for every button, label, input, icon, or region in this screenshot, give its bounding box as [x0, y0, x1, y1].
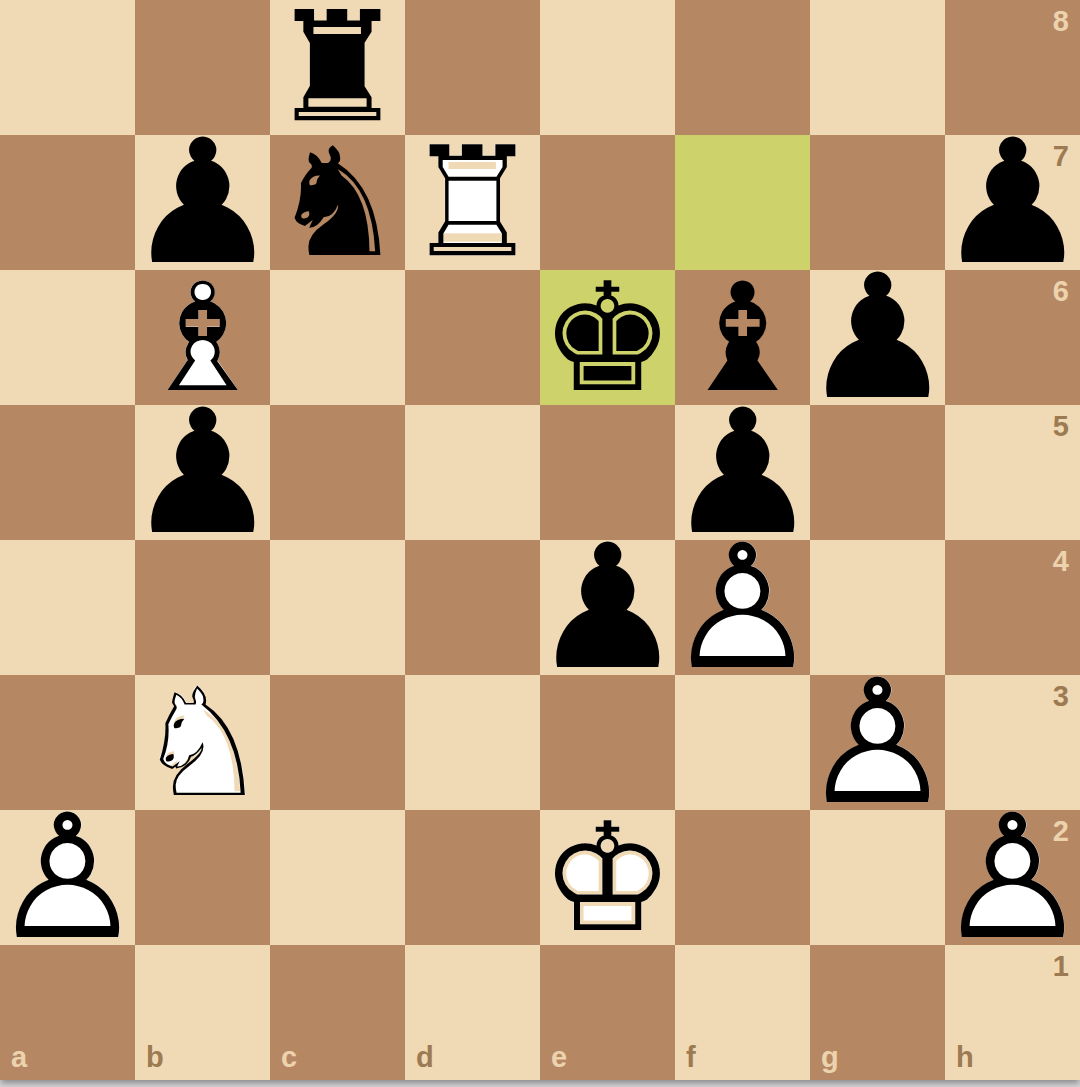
square-c1[interactable]: c — [270, 945, 405, 1080]
square-b2[interactable] — [135, 810, 270, 945]
square-g8[interactable] — [810, 0, 945, 135]
square-b7[interactable]: ♟ — [135, 135, 270, 270]
black-king-glyph: ♚ — [540, 263, 674, 413]
black-pawn-glyph: ♟ — [800, 252, 954, 424]
white-pawn-outline: ♙ — [935, 792, 1080, 964]
square-a5[interactable] — [0, 405, 135, 540]
square-g3[interactable]: ♟♙ — [810, 675, 945, 810]
square-e4[interactable]: ♟ — [540, 540, 675, 675]
piece-black-knight[interactable]: ♞ — [270, 128, 404, 278]
square-a8[interactable] — [0, 0, 135, 135]
square-g1[interactable]: g — [810, 945, 945, 1080]
square-f7[interactable] — [675, 135, 810, 270]
black-knight-glyph: ♞ — [270, 128, 404, 278]
white-rook-outline: ♖ — [404, 127, 540, 279]
square-a6[interactable] — [0, 270, 135, 405]
white-king-outline: ♔ — [540, 803, 674, 953]
square-b5[interactable]: ♟ — [135, 405, 270, 540]
square-c2[interactable] — [270, 810, 405, 945]
coord-file-h: h — [956, 1043, 974, 1072]
square-f1[interactable]: f — [675, 945, 810, 1080]
piece-white-pawn[interactable]: ♟♙ — [0, 792, 145, 964]
piece-black-pawn[interactable]: ♟ — [935, 117, 1080, 289]
square-c8[interactable]: ♜ — [270, 0, 405, 135]
square-e8[interactable] — [540, 0, 675, 135]
square-c3[interactable] — [270, 675, 405, 810]
coord-file-c: c — [281, 1043, 297, 1072]
square-d7[interactable]: ♜♖ — [405, 135, 540, 270]
piece-black-pawn[interactable]: ♟ — [125, 387, 279, 559]
white-pawn-outline: ♙ — [800, 657, 954, 829]
piece-white-pawn[interactable]: ♟♙ — [935, 792, 1080, 964]
piece-black-king[interactable]: ♚ — [540, 263, 674, 413]
coord-rank-5: 5 — [1053, 412, 1069, 441]
white-pawn-outline: ♙ — [665, 522, 819, 694]
square-f4[interactable]: ♟♙ — [675, 540, 810, 675]
square-a7[interactable] — [0, 135, 135, 270]
square-d2[interactable] — [405, 810, 540, 945]
square-h2[interactable]: 2♟♙ — [945, 810, 1080, 945]
coord-rank-3: 3 — [1053, 682, 1069, 711]
piece-white-knight[interactable]: ♞♘ — [135, 668, 269, 818]
square-c6[interactable] — [270, 270, 405, 405]
coord-file-a: a — [11, 1043, 27, 1072]
square-d5[interactable] — [405, 405, 540, 540]
black-pawn-glyph: ♟ — [935, 117, 1080, 289]
square-g6[interactable]: ♟ — [810, 270, 945, 405]
piece-white-king[interactable]: ♚♔ — [540, 803, 674, 953]
coord-file-f: f — [686, 1043, 696, 1072]
chess-board: ♜8♟♞♜♖7♟♝♗♚♝♟6♟♟5♟♟♙4♞♘♟♙3♟♙♚♔2♟♙abcdefg… — [0, 0, 1080, 1080]
square-a4[interactable] — [0, 540, 135, 675]
coord-file-b: b — [146, 1043, 164, 1072]
square-e6[interactable]: ♚ — [540, 270, 675, 405]
coord-file-g: g — [821, 1043, 839, 1072]
square-d1[interactable]: d — [405, 945, 540, 1080]
piece-black-pawn[interactable]: ♟ — [530, 522, 684, 694]
white-pawn-outline: ♙ — [0, 792, 145, 964]
square-d3[interactable] — [405, 675, 540, 810]
piece-black-pawn[interactable]: ♟ — [800, 252, 954, 424]
coord-file-d: d — [416, 1043, 434, 1072]
square-e7[interactable] — [540, 135, 675, 270]
white-knight-outline: ♘ — [135, 668, 269, 818]
square-b3[interactable]: ♞♘ — [135, 675, 270, 810]
coord-rank-4: 4 — [1053, 547, 1069, 576]
square-c4[interactable] — [270, 540, 405, 675]
piece-white-pawn[interactable]: ♟♙ — [665, 522, 819, 694]
square-f2[interactable] — [675, 810, 810, 945]
square-b1[interactable]: b — [135, 945, 270, 1080]
square-f8[interactable] — [675, 0, 810, 135]
square-h5[interactable]: 5 — [945, 405, 1080, 540]
coord-file-e: e — [551, 1043, 567, 1072]
piece-white-rook[interactable]: ♜♖ — [404, 127, 540, 279]
square-c7[interactable]: ♞ — [270, 135, 405, 270]
square-e1[interactable]: e — [540, 945, 675, 1080]
black-pawn-glyph: ♟ — [125, 387, 279, 559]
square-h7[interactable]: 7♟ — [945, 135, 1080, 270]
square-d4[interactable] — [405, 540, 540, 675]
square-a2[interactable]: ♟♙ — [0, 810, 135, 945]
piece-white-pawn[interactable]: ♟♙ — [800, 657, 954, 829]
square-h4[interactable]: 4 — [945, 540, 1080, 675]
square-e2[interactable]: ♚♔ — [540, 810, 675, 945]
black-pawn-glyph: ♟ — [530, 522, 684, 694]
square-c5[interactable] — [270, 405, 405, 540]
coord-rank-8: 8 — [1053, 7, 1069, 36]
